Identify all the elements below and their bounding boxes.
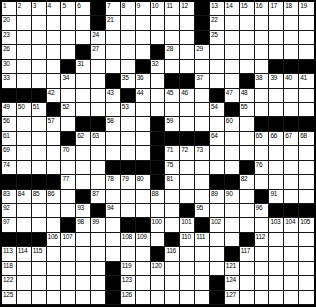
cell-r15c14[interactable]: 95: [195, 204, 210, 218]
cell-r16c11[interactable]: 100: [151, 218, 166, 232]
cell-r11c13[interactable]: 72: [180, 146, 195, 160]
cell-r16c20[interactable]: 104: [284, 218, 299, 232]
cell-r18c19[interactable]: [269, 247, 284, 261]
cell-r12c21[interactable]: [299, 161, 314, 175]
cell-r5c7[interactable]: [91, 60, 106, 74]
cell-r7c16[interactable]: 47: [225, 89, 240, 103]
cell-r9c8[interactable]: 58: [106, 117, 121, 131]
cell-r16c16[interactable]: [225, 218, 240, 232]
cell-r21c6[interactable]: [76, 291, 91, 305]
cell-r3c5[interactable]: [61, 31, 76, 45]
cell-r10c20[interactable]: 67: [284, 132, 299, 146]
cell-r18c9[interactable]: [121, 247, 136, 261]
cell-r20c13[interactable]: [180, 276, 195, 290]
cell-r12c5[interactable]: [61, 161, 76, 175]
cell-r5c6[interactable]: 31: [76, 60, 91, 74]
cell-r8c20[interactable]: [284, 103, 299, 117]
cell-r15c4[interactable]: [47, 204, 62, 218]
cell-r8c21[interactable]: [299, 103, 314, 117]
cell-r3c4[interactable]: [47, 31, 62, 45]
cell-r12c15[interactable]: [210, 161, 225, 175]
cell-r10c4[interactable]: [47, 132, 62, 146]
cell-r1c8[interactable]: 7: [106, 2, 121, 16]
cell-r11c9[interactable]: [121, 146, 136, 160]
cell-r19c18[interactable]: [255, 262, 270, 276]
cell-r11c20[interactable]: [284, 146, 299, 160]
cell-r7c10[interactable]: 44: [136, 89, 151, 103]
cell-r3c3[interactable]: [32, 31, 47, 45]
cell-r16c15[interactable]: 102: [210, 218, 225, 232]
cell-r21c20[interactable]: [284, 291, 299, 305]
cell-r17c13[interactable]: 110: [180, 233, 195, 247]
cell-r19c1[interactable]: 118: [2, 262, 17, 276]
cell-r3c2[interactable]: [17, 31, 32, 45]
cell-r1c2[interactable]: 2: [17, 2, 32, 16]
cell-r6c5[interactable]: 34: [61, 74, 76, 88]
cell-r11c7[interactable]: [91, 146, 106, 160]
cell-r21c9[interactable]: 126: [121, 291, 136, 305]
cell-r17c19[interactable]: [269, 233, 284, 247]
cell-r4c5[interactable]: [61, 45, 76, 59]
cell-r19c6[interactable]: [76, 262, 91, 276]
cell-r4c17[interactable]: [240, 45, 255, 59]
cell-r11c21[interactable]: [299, 146, 314, 160]
cell-r7c21[interactable]: [299, 89, 314, 103]
cell-r16c18[interactable]: [255, 218, 270, 232]
cell-r11c1[interactable]: 69: [2, 146, 17, 160]
cell-r10c6[interactable]: 62: [76, 132, 91, 146]
cell-r19c14[interactable]: [195, 262, 210, 276]
cell-r21c4[interactable]: [47, 291, 62, 305]
cell-r2c5[interactable]: [61, 16, 76, 30]
cell-r19c10[interactable]: [136, 262, 151, 276]
cell-r14c3[interactable]: 85: [32, 190, 47, 204]
cell-r6c15[interactable]: [210, 74, 225, 88]
cell-r13c8[interactable]: 78: [106, 175, 121, 189]
cell-r19c12[interactable]: [165, 262, 180, 276]
cell-r11c2[interactable]: [17, 146, 32, 160]
cell-r10c19[interactable]: 66: [269, 132, 284, 146]
cell-r2c12[interactable]: [165, 16, 180, 30]
cell-r18c13[interactable]: [180, 247, 195, 261]
cell-r14c15[interactable]: 89: [210, 190, 225, 204]
cell-r11c4[interactable]: [47, 146, 62, 160]
cell-r6c6[interactable]: [76, 74, 91, 88]
cell-r21c7[interactable]: [91, 291, 106, 305]
cell-r9c16[interactable]: 60: [225, 117, 240, 131]
cell-r2c11[interactable]: [151, 16, 166, 30]
cell-r4c21[interactable]: [299, 45, 314, 59]
cell-r15c16[interactable]: [225, 204, 240, 218]
cell-r14c9[interactable]: [121, 190, 136, 204]
cell-r2c21[interactable]: [299, 16, 314, 30]
cell-r5c11[interactable]: 32: [151, 60, 166, 74]
cell-r21c5[interactable]: [61, 291, 76, 305]
cell-r15c15[interactable]: [210, 204, 225, 218]
cell-r16c12[interactable]: [165, 218, 180, 232]
cell-r5c12[interactable]: [165, 60, 180, 74]
cell-r1c9[interactable]: 8: [121, 2, 136, 16]
cell-r6c18[interactable]: 38: [255, 74, 270, 88]
cell-r1c12[interactable]: 11: [165, 2, 180, 16]
cell-r3c10[interactable]: [136, 31, 151, 45]
cell-r20c5[interactable]: [61, 276, 76, 290]
cell-r4c19[interactable]: [269, 45, 284, 59]
cell-r9c4[interactable]: 57: [47, 117, 62, 131]
cell-r6c7[interactable]: [91, 74, 106, 88]
cell-r6c10[interactable]: 36: [136, 74, 151, 88]
cell-r8c14[interactable]: [195, 103, 210, 117]
cell-r12c16[interactable]: [225, 161, 240, 175]
cell-r12c13[interactable]: [180, 161, 195, 175]
cell-r6c3[interactable]: [32, 74, 47, 88]
cell-r5c8[interactable]: [106, 60, 121, 74]
cell-r7c18[interactable]: [255, 89, 270, 103]
cell-r18c4[interactable]: [47, 247, 62, 261]
cell-r8c5[interactable]: 52: [61, 103, 76, 117]
cell-r5c16[interactable]: [225, 60, 240, 74]
cell-r20c1[interactable]: 122: [2, 276, 17, 290]
cell-r3c15[interactable]: 25: [210, 31, 225, 45]
cell-r6c16[interactable]: [225, 74, 240, 88]
cell-r8c10[interactable]: [136, 103, 151, 117]
cell-r14c5[interactable]: [61, 190, 76, 204]
cell-r20c10[interactable]: [136, 276, 151, 290]
cell-r4c14[interactable]: 29: [195, 45, 210, 59]
cell-r13c17[interactable]: 82: [240, 175, 255, 189]
cell-r21c3[interactable]: [32, 291, 47, 305]
cell-r20c9[interactable]: 123: [121, 276, 136, 290]
cell-r17c10[interactable]: 109: [136, 233, 151, 247]
cell-r1c19[interactable]: 17: [269, 2, 284, 16]
cell-r13c10[interactable]: 80: [136, 175, 151, 189]
cell-r15c6[interactable]: 93: [76, 204, 91, 218]
cell-r3c9[interactable]: [121, 31, 136, 45]
cell-r1c16[interactable]: 14: [225, 2, 240, 16]
cell-r14c20[interactable]: [284, 190, 299, 204]
cell-r17c7[interactable]: [91, 233, 106, 247]
cell-r7c20[interactable]: [284, 89, 299, 103]
cell-r9c5[interactable]: [61, 117, 76, 131]
cell-r14c16[interactable]: 90: [225, 190, 240, 204]
cell-r19c9[interactable]: 119: [121, 262, 136, 276]
cell-r15c10[interactable]: [136, 204, 151, 218]
cell-r12c12[interactable]: 75: [165, 161, 180, 175]
cell-r14c1[interactable]: 83: [2, 190, 17, 204]
cell-r20c7[interactable]: [91, 276, 106, 290]
cell-r9c10[interactable]: [136, 117, 151, 131]
cell-r16c19[interactable]: 103: [269, 218, 284, 232]
cell-r11c16[interactable]: [225, 146, 240, 160]
cell-r3c1[interactable]: 23: [2, 31, 17, 45]
cell-r19c5[interactable]: [61, 262, 76, 276]
cell-r10c18[interactable]: 65: [255, 132, 270, 146]
cell-r21c10[interactable]: [136, 291, 151, 305]
cell-r21c21[interactable]: [299, 291, 314, 305]
cell-r3c13[interactable]: [180, 31, 195, 45]
cell-r4c12[interactable]: 28: [165, 45, 180, 59]
cell-r14c2[interactable]: 84: [17, 190, 32, 204]
cell-r19c19[interactable]: [269, 262, 284, 276]
cell-r6c11[interactable]: [151, 74, 166, 88]
cell-r13c9[interactable]: 79: [121, 175, 136, 189]
cell-r14c21[interactable]: [299, 190, 314, 204]
cell-r14c7[interactable]: 87: [91, 190, 106, 204]
cell-r5c14[interactable]: [195, 60, 210, 74]
cell-r9c12[interactable]: 59: [165, 117, 180, 131]
cell-r4c20[interactable]: [284, 45, 299, 59]
cell-r1c11[interactable]: 10: [151, 2, 166, 16]
cell-r5c9[interactable]: [121, 60, 136, 74]
cell-r14c19[interactable]: 91: [269, 190, 284, 204]
cell-r16c8[interactable]: [106, 218, 121, 232]
cell-r4c16[interactable]: [225, 45, 240, 59]
cell-r8c8[interactable]: [106, 103, 121, 117]
cell-r12c18[interactable]: 76: [255, 161, 270, 175]
cell-r12c1[interactable]: 74: [2, 161, 17, 175]
cell-r8c19[interactable]: [269, 103, 284, 117]
cell-r9c1[interactable]: 56: [2, 117, 17, 131]
cell-r21c12[interactable]: [165, 291, 180, 305]
cell-r1c20[interactable]: 18: [284, 2, 299, 16]
cell-r13c14[interactable]: [195, 175, 210, 189]
cell-r20c2[interactable]: [17, 276, 32, 290]
cell-r17c4[interactable]: 106: [47, 233, 62, 247]
cell-r4c4[interactable]: [47, 45, 62, 59]
cell-r11c6[interactable]: [76, 146, 91, 160]
cell-r2c13[interactable]: [180, 16, 195, 30]
cell-r18c5[interactable]: [61, 247, 76, 261]
cell-r8c6[interactable]: [76, 103, 91, 117]
cell-r17c8[interactable]: [106, 233, 121, 247]
cell-r19c13[interactable]: [180, 262, 195, 276]
cell-r16c4[interactable]: [47, 218, 62, 232]
cell-r6c4[interactable]: [47, 74, 62, 88]
cell-r21c19[interactable]: [269, 291, 284, 305]
cell-r17c11[interactable]: [151, 233, 166, 247]
cell-r16c7[interactable]: 99: [91, 218, 106, 232]
cell-r18c2[interactable]: 114: [17, 247, 32, 261]
cell-r2c19[interactable]: [269, 16, 284, 30]
cell-r14c17[interactable]: [240, 190, 255, 204]
cell-r15c1[interactable]: 92: [2, 204, 17, 218]
cell-r4c8[interactable]: [106, 45, 121, 59]
cell-r18c12[interactable]: 116: [165, 247, 180, 261]
cell-r4c3[interactable]: [32, 45, 47, 59]
cell-r7c8[interactable]: 43: [106, 89, 121, 103]
cell-r21c11[interactable]: [151, 291, 166, 305]
cell-r17c16[interactable]: [225, 233, 240, 247]
cell-r19c7[interactable]: [91, 262, 106, 276]
cell-r3c7[interactable]: 24: [91, 31, 106, 45]
cell-r20c16[interactable]: 124: [225, 276, 240, 290]
cell-r3c6[interactable]: [76, 31, 91, 45]
cell-r12c6[interactable]: [76, 161, 91, 175]
cell-r8c3[interactable]: 51: [32, 103, 47, 117]
cell-r13c21[interactable]: [299, 175, 314, 189]
cell-r19c4[interactable]: [47, 262, 62, 276]
cell-r8c11[interactable]: [151, 103, 166, 117]
cell-r11c5[interactable]: 70: [61, 146, 76, 160]
cell-r3c21[interactable]: [299, 31, 314, 45]
cell-r11c12[interactable]: 71: [165, 146, 180, 160]
cell-r1c3[interactable]: 3: [32, 2, 47, 16]
cell-r12c20[interactable]: [284, 161, 299, 175]
cell-r6c9[interactable]: 35: [121, 74, 136, 88]
cell-r10c3[interactable]: [32, 132, 47, 146]
cell-r15c17[interactable]: [240, 204, 255, 218]
cell-r17c9[interactable]: 108: [121, 233, 136, 247]
cell-r2c3[interactable]: [32, 16, 47, 30]
cell-r17c18[interactable]: 112: [255, 233, 270, 247]
cell-r18c14[interactable]: [195, 247, 210, 261]
cell-r5c13[interactable]: [180, 60, 195, 74]
cell-r16c17[interactable]: [240, 218, 255, 232]
cell-r9c13[interactable]: [180, 117, 195, 131]
cell-r20c12[interactable]: [165, 276, 180, 290]
cell-r17c14[interactable]: 111: [195, 233, 210, 247]
cell-r20c21[interactable]: [299, 276, 314, 290]
cell-r7c17[interactable]: 48: [240, 89, 255, 103]
cell-r9c2[interactable]: [17, 117, 32, 131]
cell-r13c12[interactable]: 81: [165, 175, 180, 189]
cell-r5c1[interactable]: 30: [2, 60, 17, 74]
cell-r12c4[interactable]: [47, 161, 62, 175]
cell-r10c9[interactable]: [121, 132, 136, 146]
cell-r19c17[interactable]: [240, 262, 255, 276]
cell-r21c17[interactable]: [240, 291, 255, 305]
cell-r2c1[interactable]: 20: [2, 16, 17, 30]
cell-r17c6[interactable]: [76, 233, 91, 247]
cell-r1c6[interactable]: 6: [76, 2, 91, 16]
cell-r12c19[interactable]: [269, 161, 284, 175]
cell-r3c8[interactable]: [106, 31, 121, 45]
cell-r3c19[interactable]: [269, 31, 284, 45]
cell-r5c4[interactable]: [47, 60, 62, 74]
cell-r14c11[interactable]: 88: [151, 190, 166, 204]
cell-r11c10[interactable]: [136, 146, 151, 160]
cell-r11c3[interactable]: [32, 146, 47, 160]
cell-r15c8[interactable]: 94: [106, 204, 121, 218]
cell-r2c10[interactable]: [136, 16, 151, 30]
cell-r19c16[interactable]: 121: [225, 262, 240, 276]
cell-r14c14[interactable]: [195, 190, 210, 204]
cell-r20c14[interactable]: [195, 276, 210, 290]
cell-r18c3[interactable]: 115: [32, 247, 47, 261]
cell-r9c3[interactable]: [32, 117, 47, 131]
cell-r13c13[interactable]: [180, 175, 195, 189]
cell-r17c20[interactable]: [284, 233, 299, 247]
cell-r6c14[interactable]: 37: [195, 74, 210, 88]
cell-r1c17[interactable]: 15: [240, 2, 255, 16]
cell-r20c11[interactable]: [151, 276, 166, 290]
cell-r1c21[interactable]: 19: [299, 2, 314, 16]
cell-r2c20[interactable]: [284, 16, 299, 30]
cell-r14c10[interactable]: [136, 190, 151, 204]
cell-r18c21[interactable]: [299, 247, 314, 261]
cell-r5c15[interactable]: [210, 60, 225, 74]
cell-r19c11[interactable]: 120: [151, 262, 166, 276]
cell-r18c7[interactable]: [91, 247, 106, 261]
cell-r21c18[interactable]: [255, 291, 270, 305]
cell-r20c4[interactable]: [47, 276, 62, 290]
cell-r8c15[interactable]: 54: [210, 103, 225, 117]
cell-r13c5[interactable]: 77: [61, 175, 76, 189]
cell-r3c16[interactable]: [225, 31, 240, 45]
cell-r7c6[interactable]: [76, 89, 91, 103]
cell-r10c17[interactable]: [240, 132, 255, 146]
cell-r15c3[interactable]: [32, 204, 47, 218]
cell-r18c20[interactable]: [284, 247, 299, 261]
cell-r1c10[interactable]: 9: [136, 2, 151, 16]
cell-r12c7[interactable]: [91, 161, 106, 175]
cell-r10c7[interactable]: 63: [91, 132, 106, 146]
cell-r20c20[interactable]: [284, 276, 299, 290]
cell-r19c15[interactable]: [210, 262, 225, 276]
cell-r3c18[interactable]: [255, 31, 270, 45]
cell-r4c7[interactable]: 27: [91, 45, 106, 59]
cell-r4c1[interactable]: 26: [2, 45, 17, 59]
cell-r5c2[interactable]: [17, 60, 32, 74]
cell-r14c8[interactable]: [106, 190, 121, 204]
cell-r11c19[interactable]: [269, 146, 284, 160]
cell-r10c2[interactable]: [17, 132, 32, 146]
cell-r20c17[interactable]: [240, 276, 255, 290]
cell-r6c21[interactable]: 41: [299, 74, 314, 88]
cell-r18c1[interactable]: 113: [2, 247, 17, 261]
cell-r15c12[interactable]: [165, 204, 180, 218]
cell-r10c16[interactable]: [225, 132, 240, 146]
cell-r21c13[interactable]: [180, 291, 195, 305]
cell-r11c14[interactable]: 73: [195, 146, 210, 160]
cell-r20c3[interactable]: [32, 276, 47, 290]
cell-r4c13[interactable]: [180, 45, 195, 59]
cell-r7c13[interactable]: 46: [180, 89, 195, 103]
cell-r13c19[interactable]: [269, 175, 284, 189]
cell-r10c8[interactable]: [106, 132, 121, 146]
cell-r1c18[interactable]: 16: [255, 2, 270, 16]
cell-r14c13[interactable]: [180, 190, 195, 204]
cell-r18c10[interactable]: [136, 247, 151, 261]
cell-r8c13[interactable]: [180, 103, 195, 117]
cell-r2c6[interactable]: [76, 16, 91, 30]
cell-r18c8[interactable]: [106, 247, 121, 261]
cell-r14c12[interactable]: [165, 190, 180, 204]
cell-r11c17[interactable]: [240, 146, 255, 160]
cell-r16c6[interactable]: 98: [76, 218, 91, 232]
cell-r9c17[interactable]: [240, 117, 255, 131]
cell-r12c3[interactable]: [32, 161, 47, 175]
cell-r17c15[interactable]: [210, 233, 225, 247]
cell-r21c1[interactable]: 125: [2, 291, 17, 305]
cell-r2c9[interactable]: [121, 16, 136, 30]
cell-r18c15[interactable]: [210, 247, 225, 261]
cell-r18c6[interactable]: [76, 247, 91, 261]
cell-r19c20[interactable]: [284, 262, 299, 276]
cell-r2c17[interactable]: [240, 16, 255, 30]
cell-r13c20[interactable]: [284, 175, 299, 189]
cell-r20c6[interactable]: [76, 276, 91, 290]
cell-r5c17[interactable]: [240, 60, 255, 74]
cell-r1c4[interactable]: 4: [47, 2, 62, 16]
cell-r10c21[interactable]: 68: [299, 132, 314, 146]
cell-r11c8[interactable]: [106, 146, 121, 160]
cell-r2c2[interactable]: [17, 16, 32, 30]
cell-r14c4[interactable]: 86: [47, 190, 62, 204]
cell-r5c18[interactable]: [255, 60, 270, 74]
cell-r4c18[interactable]: [255, 45, 270, 59]
cell-r3c11[interactable]: [151, 31, 166, 45]
